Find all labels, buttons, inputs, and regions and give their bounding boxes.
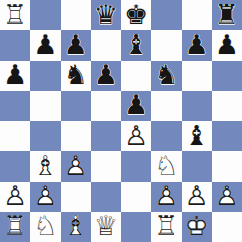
square-g1[interactable]: ♚♔	[182, 212, 212, 242]
square-d6[interactable]: ♟	[91, 61, 121, 91]
white-queen-glyph: ♕	[91, 212, 121, 242]
piece-black-bishop: ♝	[182, 121, 212, 151]
square-g8[interactable]	[182, 0, 212, 30]
white-pawn-glyph: ♙	[61, 151, 91, 181]
piece-black-pawn: ♟	[182, 30, 212, 60]
square-e5[interactable]: ♟	[121, 91, 151, 121]
piece-white-knight: ♞♘	[151, 151, 181, 181]
square-a1[interactable]: ♜♖	[0, 212, 30, 242]
white-pawn-glyph: ♙	[121, 121, 151, 151]
piece-white-rook: ♜♖	[0, 212, 30, 242]
square-c3[interactable]: ♟♙	[61, 151, 91, 181]
piece-white-pawn: ♟♙	[212, 182, 242, 212]
chess-board: ♜♖♛♚♜♟♟♝♟♟♟♞♟♞♟♟♙♝♝♗♟♙♞♘♟♙♟♙♟♙♟♙♟♙♜♖♞♘♝♗…	[0, 0, 242, 242]
black-knight-glyph: ♞	[151, 61, 181, 91]
white-king-glyph: ♔	[182, 212, 212, 242]
white-rook-glyph: ♖	[0, 0, 30, 30]
square-g5[interactable]	[182, 91, 212, 121]
white-pawn-glyph: ♙	[0, 182, 30, 212]
piece-black-bishop: ♝	[121, 30, 151, 60]
black-pawn-glyph: ♟	[30, 30, 60, 60]
square-g7[interactable]: ♟	[182, 30, 212, 60]
piece-black-knight: ♞	[151, 61, 181, 91]
piece-white-knight: ♞♘	[30, 212, 60, 242]
white-rook-glyph: ♖	[151, 212, 181, 242]
square-a5[interactable]	[0, 91, 30, 121]
square-f2[interactable]: ♟♙	[151, 182, 181, 212]
square-d8[interactable]: ♛	[91, 0, 121, 30]
square-b1[interactable]: ♞♘	[30, 212, 60, 242]
square-c4[interactable]	[61, 121, 91, 151]
square-d4[interactable]	[91, 121, 121, 151]
piece-black-pawn: ♟	[0, 61, 30, 91]
square-c1[interactable]: ♝♗	[61, 212, 91, 242]
black-rook-glyph: ♜	[212, 0, 242, 30]
square-e8[interactable]: ♚	[121, 0, 151, 30]
white-pawn-glyph: ♙	[182, 182, 212, 212]
white-bishop-glyph: ♗	[30, 151, 60, 181]
square-b8[interactable]	[30, 0, 60, 30]
square-e3[interactable]	[121, 151, 151, 181]
piece-black-pawn: ♟	[212, 30, 242, 60]
square-f4[interactable]	[151, 121, 181, 151]
black-pawn-glyph: ♟	[91, 61, 121, 91]
black-bishop-glyph: ♝	[182, 121, 212, 151]
black-pawn-glyph: ♟	[121, 91, 151, 121]
square-f7[interactable]	[151, 30, 181, 60]
black-pawn-glyph: ♟	[212, 30, 242, 60]
piece-white-pawn: ♟♙	[182, 182, 212, 212]
piece-white-rook: ♜♖	[151, 212, 181, 242]
square-e7[interactable]: ♝	[121, 30, 151, 60]
piece-white-pawn: ♟♙	[121, 121, 151, 151]
square-c8[interactable]	[61, 0, 91, 30]
piece-black-pawn: ♟	[30, 30, 60, 60]
square-a6[interactable]: ♟	[0, 61, 30, 91]
square-a2[interactable]: ♟♙	[0, 182, 30, 212]
piece-white-queen: ♛♕	[91, 212, 121, 242]
piece-white-pawn: ♟♙	[0, 182, 30, 212]
square-f5[interactable]	[151, 91, 181, 121]
white-pawn-glyph: ♙	[151, 182, 181, 212]
square-h4[interactable]	[212, 121, 242, 151]
square-f1[interactable]: ♜♖	[151, 212, 181, 242]
black-queen-glyph: ♛	[91, 0, 121, 30]
piece-black-king: ♚	[121, 0, 151, 30]
square-a8[interactable]: ♜♖	[0, 0, 30, 30]
piece-white-pawn: ♟♙	[30, 182, 60, 212]
square-g4[interactable]: ♝	[182, 121, 212, 151]
square-g6[interactable]	[182, 61, 212, 91]
square-a4[interactable]	[0, 121, 30, 151]
square-a7[interactable]	[0, 30, 30, 60]
piece-black-pawn: ♟	[91, 61, 121, 91]
square-c6[interactable]: ♞	[61, 61, 91, 91]
white-rook-glyph: ♖	[0, 212, 30, 242]
square-h5[interactable]	[212, 91, 242, 121]
white-knight-glyph: ♘	[30, 212, 60, 242]
square-b7[interactable]: ♟	[30, 30, 60, 60]
square-f8[interactable]	[151, 0, 181, 30]
square-c2[interactable]	[61, 182, 91, 212]
square-e4[interactable]: ♟♙	[121, 121, 151, 151]
white-pawn-glyph: ♙	[30, 182, 60, 212]
square-b6[interactable]	[30, 61, 60, 91]
square-d1[interactable]: ♛♕	[91, 212, 121, 242]
square-g3[interactable]	[182, 151, 212, 181]
piece-white-bishop: ♝♗	[61, 212, 91, 242]
square-f6[interactable]: ♞	[151, 61, 181, 91]
square-a3[interactable]	[0, 151, 30, 181]
square-d7[interactable]	[91, 30, 121, 60]
black-knight-glyph: ♞	[61, 61, 91, 91]
piece-black-pawn: ♟	[61, 30, 91, 60]
square-d3[interactable]	[91, 151, 121, 181]
black-pawn-glyph: ♟	[0, 61, 30, 91]
black-pawn-glyph: ♟	[61, 30, 91, 60]
square-e1[interactable]	[121, 212, 151, 242]
white-pawn-glyph: ♙	[212, 182, 242, 212]
square-b2[interactable]: ♟♙	[30, 182, 60, 212]
square-g2[interactable]: ♟♙	[182, 182, 212, 212]
black-bishop-glyph: ♝	[121, 30, 151, 60]
square-h1[interactable]	[212, 212, 242, 242]
piece-black-pawn: ♟	[121, 91, 151, 121]
square-h8[interactable]: ♜	[212, 0, 242, 30]
piece-black-knight: ♞	[61, 61, 91, 91]
square-e6[interactable]	[121, 61, 151, 91]
piece-white-bishop: ♝♗	[30, 151, 60, 181]
square-h6[interactable]	[212, 61, 242, 91]
square-c7[interactable]: ♟	[61, 30, 91, 60]
square-h2[interactable]: ♟♙	[212, 182, 242, 212]
square-d2[interactable]	[91, 182, 121, 212]
piece-black-rook: ♜	[212, 0, 242, 30]
square-h7[interactable]: ♟	[212, 30, 242, 60]
square-e2[interactable]	[121, 182, 151, 212]
piece-white-pawn: ♟♙	[61, 151, 91, 181]
piece-white-king: ♚♔	[182, 212, 212, 242]
white-bishop-glyph: ♗	[61, 212, 91, 242]
square-f3[interactable]: ♞♘	[151, 151, 181, 181]
piece-white-rook: ♜♖	[0, 0, 30, 30]
piece-white-pawn: ♟♙	[151, 182, 181, 212]
square-b4[interactable]	[30, 121, 60, 151]
square-b3[interactable]: ♝♗	[30, 151, 60, 181]
black-pawn-glyph: ♟	[182, 30, 212, 60]
square-d5[interactable]	[91, 91, 121, 121]
square-h3[interactable]	[212, 151, 242, 181]
square-c5[interactable]	[61, 91, 91, 121]
white-knight-glyph: ♘	[151, 151, 181, 181]
piece-black-queen: ♛	[91, 0, 121, 30]
square-b5[interactable]	[30, 91, 60, 121]
black-king-glyph: ♚	[121, 0, 151, 30]
